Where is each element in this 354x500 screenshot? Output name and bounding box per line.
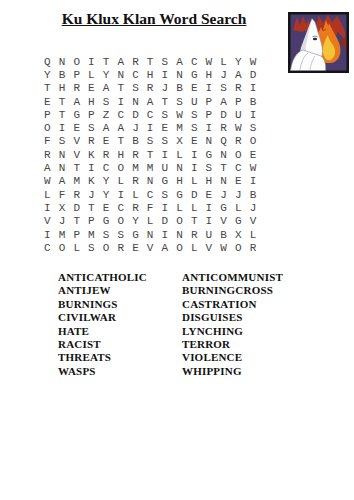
grid-cell-r6c4: S [84,121,99,134]
grid-cell-r12c3: D [69,201,84,214]
grid-cell-r15c5: O [99,241,114,254]
grid-cell-r6c7: J [128,121,143,134]
grid-cell-r14c14: X [231,228,246,241]
grid-cell-r9c15: W [246,161,261,174]
grid-cell-r7c13: Q [216,135,231,148]
grid-cell-r13c12: I [202,215,217,228]
grid-cell-r8c11: I [187,148,202,161]
grid-cell-r1c8: T [143,55,158,68]
grid-cell-r2c9: I [158,68,173,81]
grid-cell-r2c4: L [84,68,99,81]
grid-cell-r13c11: T [187,215,202,228]
grid-cell-r11c13: J [216,188,231,201]
grid-cell-r7c3: V [69,135,84,148]
grid-cell-r5c7: D [128,108,143,121]
grid-cell-r15c10: O [172,241,187,254]
grid-cell-r3c10: B [172,82,187,95]
grid-cell-r1c3: O [69,55,84,68]
grid-cell-r5c15: I [246,108,261,121]
grid-cell-r8c10: L [172,148,187,161]
grid-cell-r1c10: A [172,55,187,68]
grid-cell-r12c13: G [216,201,231,214]
grid-cell-r11c10: G [172,188,187,201]
grid-cell-r8c13: N [216,148,231,161]
grid-cell-r13c2: J [55,215,70,228]
grid-cell-r9c11: I [187,161,202,174]
grid-cell-r6c5: A [99,121,114,134]
worksheet-page: Ku Klux Klan Word Search [0,0,354,500]
grid-cell-r4c15: B [246,95,261,108]
grid-cell-r11c2: F [55,188,70,201]
word-list-item: CIVILWAR [58,311,147,324]
grid-cell-r7c6: T [113,135,128,148]
grid-cell-r7c14: R [231,135,246,148]
grid-cell-r1c12: W [202,55,217,68]
grid-cell-r10c6: L [113,175,128,188]
grid-cell-r9c6: O [113,161,128,174]
grid-cell-r6c8: I [143,121,158,134]
grid-cell-r12c15: J [246,201,261,214]
grid-cell-r10c5: Y [99,175,114,188]
grid-cell-r10c3: M [69,175,84,188]
grid-cell-r8c7: R [128,148,143,161]
grid-cell-r9c9: U [158,161,173,174]
grid-cell-r4c9: T [158,95,173,108]
grid-cell-r13c6: O [113,215,128,228]
word-list-item: WHIPPING [182,365,283,378]
grid-cell-r10c9: G [158,175,173,188]
grid-cell-r8c4: K [84,148,99,161]
grid-cell-r12c12: I [202,201,217,214]
grid-cell-r3c2: H [55,82,70,95]
grid-cell-r15c12: V [202,241,217,254]
grid-cell-r2c10: N [172,68,187,81]
grid-cell-r4c1: E [40,95,55,108]
grid-cell-r6c13: R [216,121,231,134]
grid-cell-r4c10: S [172,95,187,108]
grid-cell-r15c1: C [40,241,55,254]
grid-cell-r6c6: A [113,121,128,134]
grid-cell-r12c9: I [158,201,173,214]
grid-cell-r9c2: N [55,161,70,174]
grid-cell-r3c6: T [113,82,128,95]
grid-cell-r12c1: I [40,201,55,214]
grid-cell-r1c1: Q [40,55,55,68]
grid-cell-r3c13: S [216,82,231,95]
word-search-grid: QNOITARTSACWLYWYBPLYNCHINGHJADTHREATSRJB… [40,55,260,254]
grid-cell-r12c6: C [113,201,128,214]
grid-cell-r7c7: B [128,135,143,148]
grid-cell-r2c12: H [202,68,217,81]
grid-cell-r11c9: S [158,188,173,201]
grid-cell-r6c1: O [40,121,55,134]
grid-cell-r10c13: N [216,175,231,188]
grid-cell-r3c5: A [99,82,114,95]
grid-cell-r9c4: I [84,161,99,174]
grid-cell-r14c15: L [246,228,261,241]
grid-cell-r15c6: R [113,241,128,254]
grid-cell-r14c1: I [40,228,55,241]
grid-cell-r13c15: V [246,215,261,228]
grid-cell-r5c3: G [69,108,84,121]
grid-cell-r13c3: T [69,215,84,228]
grid-cell-r3c11: E [187,82,202,95]
grid-cell-r10c12: H [202,175,217,188]
grid-cell-r8c8: T [143,148,158,161]
klansman-flames-illustration [288,12,349,73]
word-list-item: DISGUISES [182,311,283,324]
grid-cell-r11c12: E [202,188,217,201]
grid-cell-r14c3: P [69,228,84,241]
grid-cell-r8c14: O [231,148,246,161]
grid-cell-r14c4: M [84,228,99,241]
word-list-item: BURNINGCROSS [182,284,283,297]
grid-cell-r9c14: C [231,161,246,174]
grid-cell-r13c8: L [143,215,158,228]
grid-cell-r3c12: I [202,82,217,95]
grid-cell-r5c14: U [231,108,246,121]
grid-cell-r13c7: Y [128,215,143,228]
grid-cell-r11c3: R [69,188,84,201]
grid-cell-r14c8: N [143,228,158,241]
word-list-item: THREATS [58,351,147,364]
grid-cell-r4c3: A [69,95,84,108]
grid-cell-r3c15: I [246,82,261,95]
word-list-item: HATE [58,325,147,338]
grid-cell-r14c11: R [187,228,202,241]
grid-cell-r8c1: R [40,148,55,161]
grid-cell-r9c8: M [143,161,158,174]
grid-cell-r4c2: T [55,95,70,108]
word-list-item: TERROR [182,338,283,351]
grid-cell-r7c11: E [187,135,202,148]
grid-cell-r1c9: S [158,55,173,68]
grid-cell-r5c1: P [40,108,55,121]
grid-cell-r12c10: L [172,201,187,214]
grid-cell-r1c15: W [246,55,261,68]
grid-cell-r13c4: P [84,215,99,228]
word-list-item: RACIST [58,338,147,351]
grid-cell-r1c4: I [84,55,99,68]
grid-cell-r7c1: F [40,135,55,148]
grid-cell-r7c15: O [246,135,261,148]
grid-cell-r14c6: S [113,228,128,241]
grid-cell-r6c15: S [246,121,261,134]
word-list-column-1: ANTICATHOLICANTIJEWBURNINGSCIVILWARHATER… [58,271,147,378]
grid-cell-r1c2: N [55,55,70,68]
word-list-item: ANTIJEW [58,284,147,297]
grid-cell-r12c2: X [55,201,70,214]
grid-cell-r4c13: A [216,95,231,108]
grid-cell-r11c15: B [246,188,261,201]
grid-cell-r14c13: B [216,228,231,241]
grid-cell-r5c8: C [143,108,158,121]
grid-cell-r9c13: T [216,161,231,174]
grid-cell-r6c11: S [187,121,202,134]
grid-cell-r8c5: R [99,148,114,161]
grid-cell-r14c12: U [202,228,217,241]
grid-cell-r4c5: S [99,95,114,108]
word-list-item: CASTRATION [182,298,283,311]
grid-cell-r7c12: N [202,135,217,148]
grid-cell-r5c6: C [113,108,128,121]
grid-cell-r6c12: I [202,121,217,134]
grid-cell-r15c14: O [231,241,246,254]
grid-cell-r5c2: T [55,108,70,121]
grid-cell-r4c8: A [143,95,158,108]
word-list-item: ANTICOMMUNIST [182,271,283,284]
grid-cell-r11c7: L [128,188,143,201]
grid-cell-r11c11: D [187,188,202,201]
grid-cell-r15c3: L [69,241,84,254]
grid-cell-r4c6: I [113,95,128,108]
grid-cell-r10c14: E [231,175,246,188]
grid-cell-r5c4: P [84,108,99,121]
grid-cell-r6c2: I [55,121,70,134]
page-title: Ku Klux Klan Word Search [0,10,308,28]
grid-cell-r6c3: E [69,121,84,134]
grid-cell-r2c2: B [55,68,70,81]
klansman-flames-graphic [288,12,349,73]
grid-cell-r10c2: A [55,175,70,188]
grid-cell-r7c8: S [143,135,158,148]
grid-cell-r3c9: J [158,82,173,95]
grid-cell-r1c11: C [187,55,202,68]
grid-cell-r2c8: H [143,68,158,81]
grid-cell-r14c10: N [172,228,187,241]
grid-cell-r9c10: N [172,161,187,174]
grid-cell-r15c11: L [187,241,202,254]
grid-cell-r13c5: G [99,215,114,228]
grid-cell-r1c14: Y [231,55,246,68]
grid-cell-r2c3: P [69,68,84,81]
grid-cell-r5c5: Z [99,108,114,121]
grid-cell-r13c14: G [231,215,246,228]
grid-cell-r8c15: E [246,148,261,161]
grid-cell-r2c11: G [187,68,202,81]
grid-cell-r2c15: D [246,68,261,81]
grid-cell-r9c1: A [40,161,55,174]
grid-cell-r15c9: A [158,241,173,254]
grid-cell-r1c7: R [128,55,143,68]
grid-cell-r15c8: V [143,241,158,254]
grid-cell-r4c7: N [128,95,143,108]
grid-cell-r5c13: D [216,108,231,121]
grid-cell-r8c12: G [202,148,217,161]
grid-cell-r7c9: S [158,135,173,148]
grid-cell-r9c12: S [202,161,217,174]
grid-cell-r8c6: H [113,148,128,161]
grid-cell-r14c5: S [99,228,114,241]
grid-cell-r12c4: T [84,201,99,214]
grid-cell-r4c4: H [84,95,99,108]
grid-cell-r2c1: Y [40,68,55,81]
grid-cell-r8c9: I [158,148,173,161]
grid-cell-r7c5: E [99,135,114,148]
grid-cell-r4c12: P [202,95,217,108]
grid-cell-r12c7: R [128,201,143,214]
grid-cell-r15c15: R [246,241,261,254]
grid-cell-r5c12: P [202,108,217,121]
grid-cell-r11c5: Y [99,188,114,201]
grid-cell-r3c14: R [231,82,246,95]
grid-cell-r4c11: U [187,95,202,108]
grid-cell-r15c2: O [55,241,70,254]
word-list-item: WASPS [58,365,147,378]
grid-cell-r1c6: A [113,55,128,68]
grid-cell-r8c3: V [69,148,84,161]
grid-cell-r15c13: W [216,241,231,254]
grid-cell-r14c9: I [158,228,173,241]
grid-cell-r14c7: G [128,228,143,241]
grid-cell-r11c6: I [113,188,128,201]
grid-cell-r1c13: L [216,55,231,68]
grid-cell-r13c9: D [158,215,173,228]
grid-cell-r7c10: X [172,135,187,148]
grid-cell-r12c8: F [143,201,158,214]
grid-cell-r12c5: E [99,201,114,214]
grid-cell-r5c11: S [187,108,202,121]
grid-cell-r7c2: S [55,135,70,148]
grid-cell-r3c3: R [69,82,84,95]
grid-cell-r6c10: M [172,121,187,134]
grid-cell-r3c7: S [128,82,143,95]
grid-cell-r13c13: V [216,215,231,228]
grid-cell-r12c14: L [231,201,246,214]
grid-cell-r10c10: H [172,175,187,188]
grid-cell-r8c2: N [55,148,70,161]
grid-cell-r11c1: L [40,188,55,201]
word-list-item: VIOLENCE [182,351,283,364]
grid-cell-r9c3: T [69,161,84,174]
grid-cell-r15c7: E [128,241,143,254]
grid-cell-r14c2: M [55,228,70,241]
grid-cell-r3c8: R [143,82,158,95]
grid-cell-r13c10: O [172,215,187,228]
grid-cell-r5c10: W [172,108,187,121]
grid-cell-r10c11: L [187,175,202,188]
grid-cell-r1c5: T [99,55,114,68]
grid-cell-r9c5: C [99,161,114,174]
grid-cell-r9c7: M [128,161,143,174]
grid-cell-r2c7: C [128,68,143,81]
word-list-item: ANTICATHOLIC [58,271,147,284]
word-list-item: BURNINGS [58,298,147,311]
grid-cell-r2c13: J [216,68,231,81]
grid-cell-r7c4: R [84,135,99,148]
grid-cell-r15c4: S [84,241,99,254]
grid-cell-r3c1: T [40,82,55,95]
grid-cell-r12c11: L [187,201,202,214]
grid-cell-r10c1: W [40,175,55,188]
grid-cell-r3c4: E [84,82,99,95]
grid-cell-r2c14: A [231,68,246,81]
grid-cell-r11c4: J [84,188,99,201]
grid-cell-r2c5: Y [99,68,114,81]
grid-cell-r10c15: I [246,175,261,188]
hood-eye [313,38,317,41]
grid-cell-r11c14: J [231,188,246,201]
grid-cell-r11c8: C [143,188,158,201]
word-list-item: LYNCHING [182,325,283,338]
word-list-column-2: ANTICOMMUNISTBURNINGCROSSCASTRATIONDISGU… [182,271,283,378]
grid-cell-r10c8: N [143,175,158,188]
grid-cell-r13c1: V [40,215,55,228]
grid-cell-r10c4: K [84,175,99,188]
grid-cell-r6c9: E [158,121,173,134]
grid-cell-r2c6: N [113,68,128,81]
grid-cell-r4c14: P [231,95,246,108]
grid-cell-r6c14: W [231,121,246,134]
grid-cell-r5c9: S [158,108,173,121]
grid-cell-r10c7: R [128,175,143,188]
